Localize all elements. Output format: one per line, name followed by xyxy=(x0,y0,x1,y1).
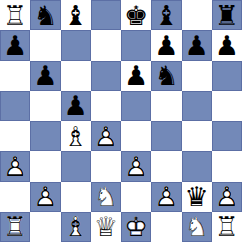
black-knight: ♞ xyxy=(151,61,181,91)
square-f5[interactable] xyxy=(151,91,181,121)
black-king-glyph: ♚ xyxy=(121,0,151,30)
black-pawn: ♟ xyxy=(30,61,60,91)
white-king: ♚♔ xyxy=(121,212,151,242)
square-b8[interactable]: ♞ xyxy=(30,0,60,30)
square-a5[interactable] xyxy=(0,91,30,121)
square-e4[interactable] xyxy=(121,121,151,151)
square-h8[interactable]: ♜ xyxy=(212,0,242,30)
black-bishop: ♝ xyxy=(61,0,91,30)
square-a4[interactable] xyxy=(0,121,30,151)
square-d3[interactable] xyxy=(91,151,121,181)
square-f4[interactable] xyxy=(151,121,181,151)
white-rook: ♜♖ xyxy=(0,212,30,242)
white-bishop: ♝♗ xyxy=(61,212,91,242)
white-king-outline: ♔ xyxy=(121,212,151,242)
square-d4[interactable]: ♟♙ xyxy=(91,121,121,151)
square-h1[interactable]: ♜♖ xyxy=(212,212,242,242)
black-knight: ♞ xyxy=(30,0,60,30)
square-f2[interactable]: ♟♙ xyxy=(151,182,181,212)
square-e8[interactable]: ♚ xyxy=(121,0,151,30)
square-f1[interactable] xyxy=(151,212,181,242)
black-pawn: ♟ xyxy=(0,30,30,60)
square-c2[interactable] xyxy=(61,182,91,212)
black-pawn: ♟ xyxy=(212,30,242,60)
chess-board: ♜♖♞♝♚♝♜♟♟♟♟♟♟♞♟♝♗♟♙♟♙♟♙♟♙♞♘♟♙♛♟♙♜♖♝♗♛♕♚♔… xyxy=(0,0,242,242)
square-d7[interactable] xyxy=(91,30,121,60)
square-g2[interactable]: ♛ xyxy=(182,182,212,212)
square-g8[interactable] xyxy=(182,0,212,30)
square-e7[interactable] xyxy=(121,30,151,60)
black-king: ♚ xyxy=(121,0,151,30)
square-a1[interactable]: ♜♖ xyxy=(0,212,30,242)
square-e1[interactable]: ♚♔ xyxy=(121,212,151,242)
black-queen: ♛ xyxy=(182,182,212,212)
black-rook-glyph: ♜ xyxy=(212,0,242,30)
black-pawn: ♟ xyxy=(121,61,151,91)
white-pawn-outline: ♙ xyxy=(91,121,121,151)
square-g3[interactable] xyxy=(182,151,212,181)
black-pawn: ♟ xyxy=(182,30,212,60)
white-pawn-outline: ♙ xyxy=(30,182,60,212)
white-knight-outline: ♘ xyxy=(182,212,212,242)
square-h5[interactable] xyxy=(212,91,242,121)
white-knight-outline: ♘ xyxy=(91,182,121,212)
black-queen-glyph: ♛ xyxy=(182,182,212,212)
black-pawn-glyph: ♟ xyxy=(61,91,91,121)
white-pawn: ♟♙ xyxy=(212,182,242,212)
square-d2[interactable]: ♞♘ xyxy=(91,182,121,212)
square-g6[interactable] xyxy=(182,61,212,91)
black-bishop: ♝ xyxy=(151,0,181,30)
white-pawn: ♟♙ xyxy=(0,151,30,181)
square-d8[interactable] xyxy=(91,0,121,30)
black-pawn-glyph: ♟ xyxy=(0,30,30,60)
square-h7[interactable]: ♟ xyxy=(212,30,242,60)
black-bishop-glyph: ♝ xyxy=(61,0,91,30)
white-bishop-outline: ♗ xyxy=(61,212,91,242)
square-g5[interactable] xyxy=(182,91,212,121)
white-pawn-outline: ♙ xyxy=(0,151,30,181)
square-c6[interactable] xyxy=(61,61,91,91)
square-a3[interactable]: ♟♙ xyxy=(0,151,30,181)
square-f3[interactable] xyxy=(151,151,181,181)
black-rook: ♜ xyxy=(212,0,242,30)
black-pawn-glyph: ♟ xyxy=(30,61,60,91)
black-pawn-glyph: ♟ xyxy=(121,61,151,91)
square-h3[interactable] xyxy=(212,151,242,181)
black-pawn-glyph: ♟ xyxy=(212,30,242,60)
black-bishop-glyph: ♝ xyxy=(151,0,181,30)
white-pawn: ♟♙ xyxy=(121,151,151,181)
white-pawn: ♟♙ xyxy=(91,121,121,151)
white-bishop: ♝♗ xyxy=(61,121,91,151)
square-b6[interactable]: ♟ xyxy=(30,61,60,91)
square-c7[interactable] xyxy=(61,30,91,60)
square-a2[interactable] xyxy=(0,182,30,212)
white-queen-outline: ♕ xyxy=(91,212,121,242)
square-e2[interactable] xyxy=(121,182,151,212)
square-e6[interactable]: ♟ xyxy=(121,61,151,91)
square-a6[interactable] xyxy=(0,61,30,91)
white-pawn-outline: ♙ xyxy=(151,182,181,212)
square-b4[interactable] xyxy=(30,121,60,151)
square-a7[interactable]: ♟ xyxy=(0,30,30,60)
white-rook-outline: ♖ xyxy=(0,212,30,242)
square-c5[interactable]: ♟ xyxy=(61,91,91,121)
square-e5[interactable] xyxy=(121,91,151,121)
white-pawn-outline: ♙ xyxy=(212,182,242,212)
black-knight-glyph: ♞ xyxy=(30,0,60,30)
square-c1[interactable]: ♝♗ xyxy=(61,212,91,242)
square-g1[interactable]: ♞♘ xyxy=(182,212,212,242)
white-rook-outline: ♖ xyxy=(0,0,30,30)
square-h2[interactable]: ♟♙ xyxy=(212,182,242,212)
white-bishop-outline: ♗ xyxy=(61,121,91,151)
white-rook: ♜♖ xyxy=(0,0,30,30)
square-f8[interactable]: ♝ xyxy=(151,0,181,30)
square-h4[interactable] xyxy=(212,121,242,151)
square-b7[interactable] xyxy=(30,30,60,60)
black-pawn-glyph: ♟ xyxy=(182,30,212,60)
black-pawn: ♟ xyxy=(151,30,181,60)
white-pawn: ♟♙ xyxy=(151,182,181,212)
black-knight-glyph: ♞ xyxy=(151,61,181,91)
square-a8[interactable]: ♜♖ xyxy=(0,0,30,30)
square-c8[interactable]: ♝ xyxy=(61,0,91,30)
square-d1[interactable]: ♛♕ xyxy=(91,212,121,242)
white-pawn: ♟♙ xyxy=(30,182,60,212)
square-c4[interactable]: ♝♗ xyxy=(61,121,91,151)
square-g4[interactable] xyxy=(182,121,212,151)
square-b5[interactable] xyxy=(30,91,60,121)
square-h6[interactable] xyxy=(212,61,242,91)
square-b3[interactable] xyxy=(30,151,60,181)
white-pawn-outline: ♙ xyxy=(121,151,151,181)
black-pawn-glyph: ♟ xyxy=(151,30,181,60)
white-knight: ♞♘ xyxy=(182,212,212,242)
square-c3[interactable] xyxy=(61,151,91,181)
white-rook: ♜♖ xyxy=(212,212,242,242)
white-queen: ♛♕ xyxy=(91,212,121,242)
square-g7[interactable]: ♟ xyxy=(182,30,212,60)
square-d6[interactable] xyxy=(91,61,121,91)
black-pawn: ♟ xyxy=(61,91,91,121)
white-knight: ♞♘ xyxy=(91,182,121,212)
square-f7[interactable]: ♟ xyxy=(151,30,181,60)
square-e3[interactable]: ♟♙ xyxy=(121,151,151,181)
square-b1[interactable] xyxy=(30,212,60,242)
square-d5[interactable] xyxy=(91,91,121,121)
square-b2[interactable]: ♟♙ xyxy=(30,182,60,212)
square-f6[interactable]: ♞ xyxy=(151,61,181,91)
white-rook-outline: ♖ xyxy=(212,212,242,242)
